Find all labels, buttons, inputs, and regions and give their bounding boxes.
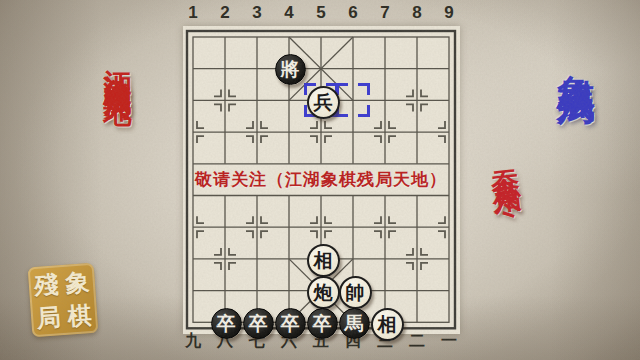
black-soldier[interactable]: 卒 (211, 308, 242, 339)
file-number-top: 1 (181, 3, 205, 23)
file-number-top: 2 (213, 3, 237, 23)
red-cannon[interactable]: 炮 (307, 276, 340, 309)
file-number-top: 9 (437, 3, 461, 23)
right-title-red: 蚕食殆尽 (482, 146, 523, 178)
file-number-top: 6 (341, 3, 365, 23)
file-number-top: 4 (277, 3, 301, 23)
scene: 敬请关注（江湖象棋残局天地） 將兵相炮帥卒卒卒卒馬相 123456789 九八七… (0, 0, 640, 360)
file-number-bottom: 二 (405, 331, 429, 352)
board-area: 敬请关注（江湖象棋残局天地） 將兵相炮帥卒卒卒卒馬相 123456789 九八七… (183, 26, 460, 334)
file-number-top: 8 (405, 3, 429, 23)
seal-character: 殘 (34, 272, 60, 298)
river-banner-text: 敬请关注（江湖象棋残局天地） (191, 165, 451, 195)
file-number-top: 3 (245, 3, 269, 23)
file-number-top: 7 (373, 3, 397, 23)
black-general[interactable]: 將 (275, 54, 306, 85)
red-soldier[interactable]: 兵 (307, 86, 340, 119)
red-general[interactable]: 帥 (339, 276, 372, 309)
file-number-bottom: 九 (181, 331, 205, 352)
file-number-bottom: 一 (437, 331, 461, 352)
right-title-blue: 象棋残局 (550, 44, 601, 64)
black-horse[interactable]: 馬 (339, 308, 370, 339)
red-elephant[interactable]: 相 (307, 244, 340, 277)
marker-corner (358, 105, 370, 117)
marker-corner (358, 83, 370, 95)
black-soldier[interactable]: 卒 (307, 308, 338, 339)
seal-character: 象 (65, 270, 91, 296)
move-marker-from (336, 83, 370, 117)
seal-logo: 殘象局棋 (28, 263, 99, 337)
seal-character: 局 (36, 305, 62, 331)
red-elephant[interactable]: 相 (371, 308, 404, 341)
seal-character: 棋 (67, 303, 93, 329)
file-number-top: 5 (309, 3, 333, 23)
black-soldier[interactable]: 卒 (243, 308, 274, 339)
black-soldier[interactable]: 卒 (275, 308, 306, 339)
left-title: 江湖象棋残局天地 (98, 48, 136, 80)
